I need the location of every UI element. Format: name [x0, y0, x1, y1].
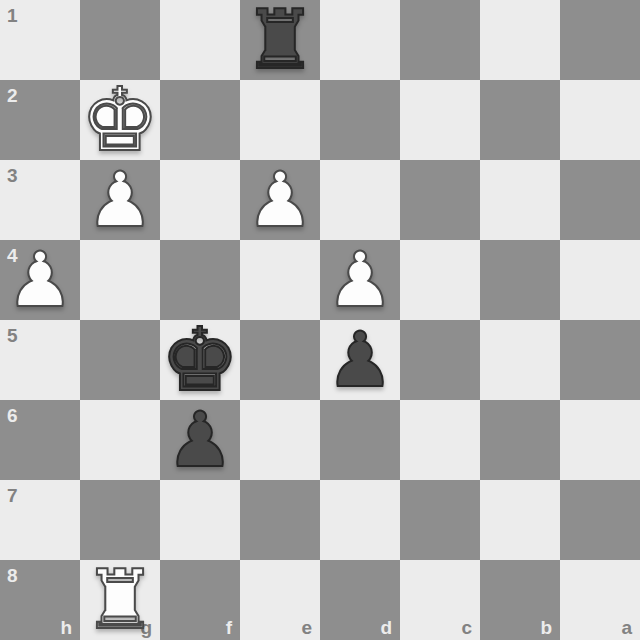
- square-c7[interactable]: [400, 480, 480, 560]
- square-e6[interactable]: [240, 400, 320, 480]
- square-f3[interactable]: [160, 160, 240, 240]
- square-e1[interactable]: ♜: [240, 0, 320, 80]
- square-h3[interactable]: 3: [0, 160, 80, 240]
- square-e8[interactable]: e: [240, 560, 320, 640]
- square-f5[interactable]: ♚: [160, 320, 240, 400]
- square-f7[interactable]: [160, 480, 240, 560]
- file-label-c: c: [461, 618, 472, 637]
- file-label-d: d: [380, 618, 392, 637]
- square-f1[interactable]: [160, 0, 240, 80]
- chess-board: 1♜2♚3♟♟4♟♟5♚♟6♟78hg♜fedcba: [0, 0, 640, 640]
- square-c2[interactable]: [400, 80, 480, 160]
- square-h8[interactable]: 8h: [0, 560, 80, 640]
- square-g7[interactable]: [80, 480, 160, 560]
- square-d1[interactable]: [320, 0, 400, 80]
- rank-label-3: 3: [7, 166, 18, 185]
- square-c3[interactable]: [400, 160, 480, 240]
- white-pawn-d4[interactable]: ♟: [326, 242, 394, 318]
- black-rook-e1[interactable]: ♜: [243, 0, 317, 81]
- square-d2[interactable]: [320, 80, 400, 160]
- square-h6[interactable]: 6: [0, 400, 80, 480]
- square-c6[interactable]: [400, 400, 480, 480]
- square-a2[interactable]: [560, 80, 640, 160]
- square-g6[interactable]: [80, 400, 160, 480]
- square-a5[interactable]: [560, 320, 640, 400]
- black-pawn-d5[interactable]: ♟: [326, 322, 394, 398]
- square-c1[interactable]: [400, 0, 480, 80]
- square-e7[interactable]: [240, 480, 320, 560]
- black-king-f5[interactable]: ♚: [161, 316, 240, 404]
- white-pawn-e3[interactable]: ♟: [246, 162, 314, 238]
- rank-label-6: 6: [7, 406, 18, 425]
- square-d6[interactable]: [320, 400, 400, 480]
- file-label-a: a: [621, 618, 632, 637]
- square-g8[interactable]: g♜: [80, 560, 160, 640]
- file-label-f: f: [226, 618, 232, 637]
- square-a8[interactable]: a: [560, 560, 640, 640]
- square-e5[interactable]: [240, 320, 320, 400]
- square-h7[interactable]: 7: [0, 480, 80, 560]
- square-d3[interactable]: [320, 160, 400, 240]
- rank-label-8: 8: [7, 566, 18, 585]
- square-b2[interactable]: [480, 80, 560, 160]
- square-d4[interactable]: ♟: [320, 240, 400, 320]
- square-f2[interactable]: [160, 80, 240, 160]
- rank-label-5: 5: [7, 326, 18, 345]
- square-c4[interactable]: [400, 240, 480, 320]
- square-d5[interactable]: ♟: [320, 320, 400, 400]
- file-label-e: e: [301, 618, 312, 637]
- square-e2[interactable]: [240, 80, 320, 160]
- square-b3[interactable]: [480, 160, 560, 240]
- square-e4[interactable]: [240, 240, 320, 320]
- square-g2[interactable]: ♚: [80, 80, 160, 160]
- square-g3[interactable]: ♟: [80, 160, 160, 240]
- white-rook-g8[interactable]: ♜: [83, 559, 157, 640]
- square-d8[interactable]: d: [320, 560, 400, 640]
- rank-label-1: 1: [7, 6, 18, 25]
- rank-label-2: 2: [7, 86, 18, 105]
- square-b5[interactable]: [480, 320, 560, 400]
- black-pawn-f6[interactable]: ♟: [166, 402, 234, 478]
- square-g4[interactable]: [80, 240, 160, 320]
- rank-label-7: 7: [7, 486, 18, 505]
- square-f8[interactable]: f: [160, 560, 240, 640]
- square-c8[interactable]: c: [400, 560, 480, 640]
- white-king-g2[interactable]: ♚: [81, 76, 160, 164]
- square-h4[interactable]: 4♟: [0, 240, 80, 320]
- square-a1[interactable]: [560, 0, 640, 80]
- square-d7[interactable]: [320, 480, 400, 560]
- file-label-h: h: [60, 618, 72, 637]
- square-a7[interactable]: [560, 480, 640, 560]
- square-a3[interactable]: [560, 160, 640, 240]
- white-pawn-h4[interactable]: ♟: [6, 242, 74, 318]
- square-a6[interactable]: [560, 400, 640, 480]
- square-b4[interactable]: [480, 240, 560, 320]
- square-a4[interactable]: [560, 240, 640, 320]
- square-e3[interactable]: ♟: [240, 160, 320, 240]
- file-label-b: b: [540, 618, 552, 637]
- square-b1[interactable]: [480, 0, 560, 80]
- square-f6[interactable]: ♟: [160, 400, 240, 480]
- square-b8[interactable]: b: [480, 560, 560, 640]
- square-h2[interactable]: 2: [0, 80, 80, 160]
- square-c5[interactable]: [400, 320, 480, 400]
- square-h1[interactable]: 1: [0, 0, 80, 80]
- square-b6[interactable]: [480, 400, 560, 480]
- square-b7[interactable]: [480, 480, 560, 560]
- white-pawn-g3[interactable]: ♟: [86, 162, 154, 238]
- square-h5[interactable]: 5: [0, 320, 80, 400]
- square-g5[interactable]: [80, 320, 160, 400]
